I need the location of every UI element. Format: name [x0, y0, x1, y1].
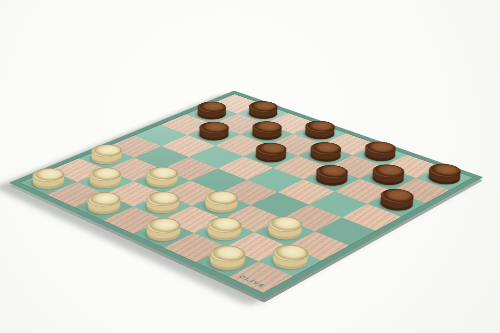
board-square[interactable] [251, 192, 309, 218]
board-square[interactable] [315, 217, 375, 245]
photo-scene: OLIVE [0, 0, 500, 333]
board-square[interactable] [309, 191, 367, 217]
perspective-wrapper: OLIVE [0, 0, 500, 333]
checkers-board: OLIVE [9, 91, 484, 300]
